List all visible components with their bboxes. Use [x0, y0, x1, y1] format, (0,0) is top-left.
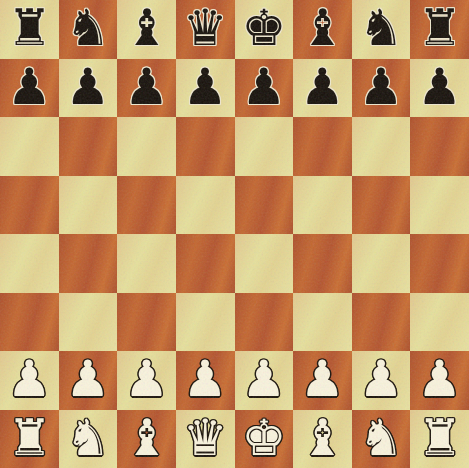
square-d8[interactable]: ♛ — [176, 0, 235, 59]
square-d6[interactable] — [176, 117, 235, 176]
square-f7[interactable]: ♟ — [293, 59, 352, 118]
square-h4[interactable] — [410, 234, 469, 293]
piece-black-pawn[interactable]: ♟ — [417, 59, 462, 116]
piece-white-bishop[interactable]: ♝ — [300, 410, 345, 467]
piece-white-king[interactable]: ♚ — [241, 410, 286, 467]
square-c3[interactable] — [117, 293, 176, 352]
square-b1[interactable]: ♞ — [59, 410, 118, 468]
square-e4[interactable] — [235, 234, 294, 293]
square-g2[interactable]: ♟ — [352, 351, 411, 410]
piece-black-pawn[interactable]: ♟ — [241, 59, 286, 116]
square-c5[interactable] — [117, 176, 176, 235]
square-h3[interactable] — [410, 293, 469, 352]
square-a6[interactable] — [0, 117, 59, 176]
square-h8[interactable]: ♜ — [410, 0, 469, 59]
square-e2[interactable]: ♟ — [235, 351, 294, 410]
piece-white-rook[interactable]: ♜ — [7, 410, 52, 467]
square-e5[interactable] — [235, 176, 294, 235]
piece-white-pawn[interactable]: ♟ — [66, 351, 111, 408]
square-b3[interactable] — [59, 293, 118, 352]
square-a8[interactable]: ♜ — [0, 0, 59, 59]
square-f6[interactable] — [293, 117, 352, 176]
square-a4[interactable] — [0, 234, 59, 293]
piece-white-queen[interactable]: ♛ — [183, 410, 228, 467]
square-h5[interactable] — [410, 176, 469, 235]
piece-white-pawn[interactable]: ♟ — [359, 351, 404, 408]
square-g8[interactable]: ♞ — [352, 0, 411, 59]
piece-white-pawn[interactable]: ♟ — [183, 351, 228, 408]
piece-black-pawn[interactable]: ♟ — [300, 59, 345, 116]
square-e6[interactable] — [235, 117, 294, 176]
square-d2[interactable]: ♟ — [176, 351, 235, 410]
square-a5[interactable] — [0, 176, 59, 235]
piece-white-pawn[interactable]: ♟ — [300, 351, 345, 408]
square-f5[interactable] — [293, 176, 352, 235]
square-a7[interactable]: ♟ — [0, 59, 59, 118]
piece-white-rook[interactable]: ♜ — [417, 410, 462, 467]
square-d3[interactable] — [176, 293, 235, 352]
square-h2[interactable]: ♟ — [410, 351, 469, 410]
piece-white-pawn[interactable]: ♟ — [417, 351, 462, 408]
piece-white-pawn[interactable]: ♟ — [7, 351, 52, 408]
piece-black-queen[interactable]: ♛ — [183, 0, 228, 57]
square-e8[interactable]: ♚ — [235, 0, 294, 59]
square-g5[interactable] — [352, 176, 411, 235]
chess-board: ♜♞♝♛♚♝♞♜♟♟♟♟♟♟♟♟♟♟♟♟♟♟♟♟♜♞♝♛♚♝♞♜ — [0, 0, 469, 468]
square-g3[interactable] — [352, 293, 411, 352]
piece-black-bishop[interactable]: ♝ — [124, 0, 169, 57]
square-d5[interactable] — [176, 176, 235, 235]
piece-white-bishop[interactable]: ♝ — [124, 410, 169, 467]
square-h1[interactable]: ♜ — [410, 410, 469, 468]
piece-black-pawn[interactable]: ♟ — [66, 59, 111, 116]
square-a1[interactable]: ♜ — [0, 410, 59, 468]
square-c2[interactable]: ♟ — [117, 351, 176, 410]
piece-black-knight[interactable]: ♞ — [66, 0, 111, 57]
piece-black-rook[interactable]: ♜ — [7, 0, 52, 57]
square-a2[interactable]: ♟ — [0, 351, 59, 410]
square-c1[interactable]: ♝ — [117, 410, 176, 468]
piece-white-pawn[interactable]: ♟ — [241, 351, 286, 408]
square-f4[interactable] — [293, 234, 352, 293]
square-c6[interactable] — [117, 117, 176, 176]
piece-black-pawn[interactable]: ♟ — [359, 59, 404, 116]
piece-black-king[interactable]: ♚ — [241, 0, 286, 57]
square-g6[interactable] — [352, 117, 411, 176]
square-g4[interactable] — [352, 234, 411, 293]
square-g1[interactable]: ♞ — [352, 410, 411, 468]
square-d4[interactable] — [176, 234, 235, 293]
square-c4[interactable] — [117, 234, 176, 293]
square-b5[interactable] — [59, 176, 118, 235]
square-b6[interactable] — [59, 117, 118, 176]
piece-black-knight[interactable]: ♞ — [359, 0, 404, 57]
square-h6[interactable] — [410, 117, 469, 176]
piece-white-pawn[interactable]: ♟ — [124, 351, 169, 408]
square-h7[interactable]: ♟ — [410, 59, 469, 118]
square-d1[interactable]: ♛ — [176, 410, 235, 468]
square-a3[interactable] — [0, 293, 59, 352]
piece-black-pawn[interactable]: ♟ — [7, 59, 52, 116]
square-f1[interactable]: ♝ — [293, 410, 352, 468]
piece-black-pawn[interactable]: ♟ — [183, 59, 228, 116]
square-e7[interactable]: ♟ — [235, 59, 294, 118]
square-e1[interactable]: ♚ — [235, 410, 294, 468]
square-c8[interactable]: ♝ — [117, 0, 176, 59]
piece-white-knight[interactable]: ♞ — [66, 410, 111, 467]
chess-board-area: ♜♞♝♛♚♝♞♜♟♟♟♟♟♟♟♟♟♟♟♟♟♟♟♟♜♞♝♛♚♝♞♜ — [0, 0, 469, 468]
square-b8[interactable]: ♞ — [59, 0, 118, 59]
square-c7[interactable]: ♟ — [117, 59, 176, 118]
square-b4[interactable] — [59, 234, 118, 293]
piece-white-knight[interactable]: ♞ — [359, 410, 404, 467]
square-f2[interactable]: ♟ — [293, 351, 352, 410]
square-b2[interactable]: ♟ — [59, 351, 118, 410]
square-g7[interactable]: ♟ — [352, 59, 411, 118]
square-f8[interactable]: ♝ — [293, 0, 352, 59]
square-e3[interactable] — [235, 293, 294, 352]
square-f3[interactable] — [293, 293, 352, 352]
square-d7[interactable]: ♟ — [176, 59, 235, 118]
square-b7[interactable]: ♟ — [59, 59, 118, 118]
piece-black-rook[interactable]: ♜ — [417, 0, 462, 57]
piece-black-pawn[interactable]: ♟ — [124, 59, 169, 116]
piece-black-bishop[interactable]: ♝ — [300, 0, 345, 57]
